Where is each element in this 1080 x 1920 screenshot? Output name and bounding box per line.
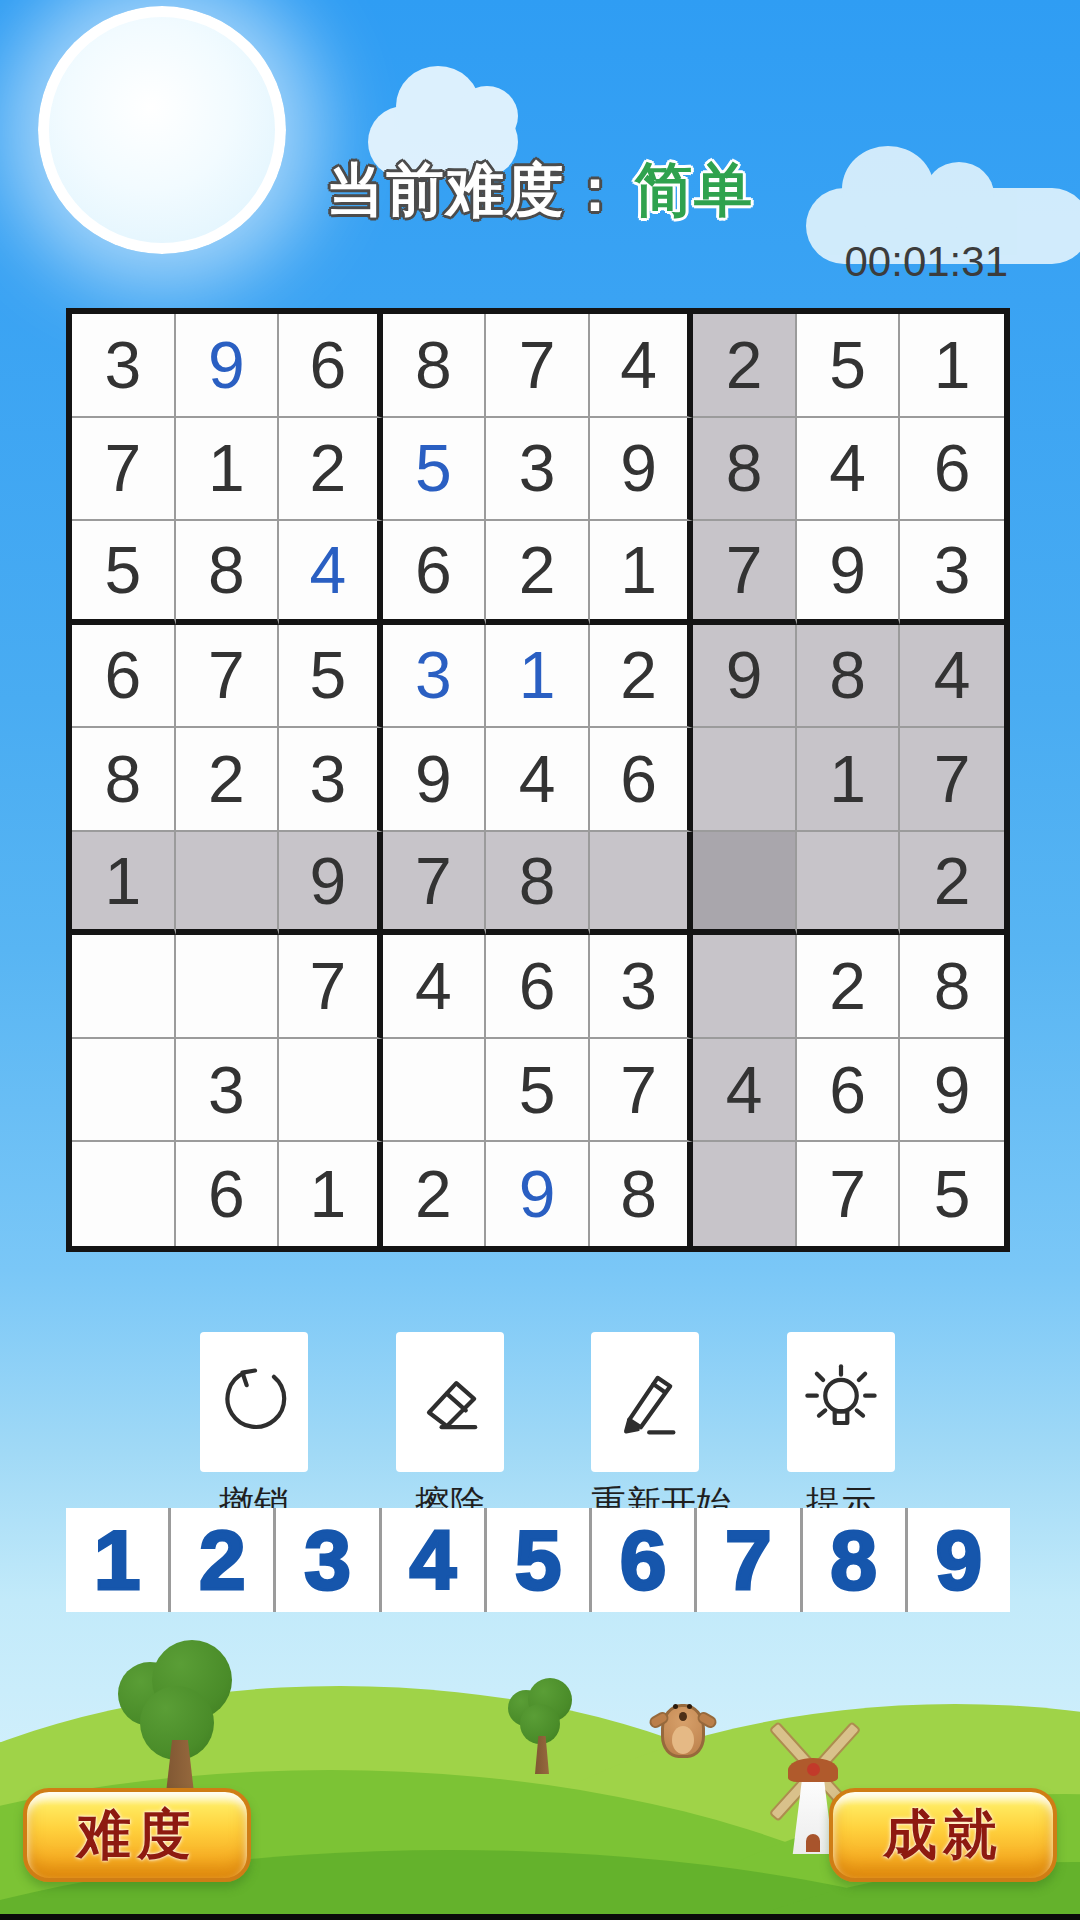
- cell-r4c7[interactable]: 9: [693, 625, 797, 729]
- restart-pencil-icon: [591, 1332, 699, 1472]
- cell-r6c3[interactable]: 9: [279, 832, 383, 936]
- cell-r3c4[interactable]: 6: [383, 521, 487, 625]
- numpad-2[interactable]: 2: [171, 1508, 273, 1612]
- cell-r7c8[interactable]: 2: [797, 935, 901, 1039]
- cell-r6c7[interactable]: [693, 832, 797, 936]
- undo-icon: [200, 1332, 308, 1472]
- cell-r7c1[interactable]: [72, 935, 176, 1039]
- game-timer: 00:01:31: [845, 238, 1009, 286]
- cell-r7c2[interactable]: [176, 935, 280, 1039]
- cell-r1c5[interactable]: 7: [486, 314, 590, 418]
- difficulty-button[interactable]: 难度: [23, 1788, 251, 1882]
- cell-r1c7[interactable]: 2: [693, 314, 797, 418]
- cell-r6c4[interactable]: 7: [383, 832, 487, 936]
- cell-r1c9[interactable]: 1: [900, 314, 1004, 418]
- cell-r2c2[interactable]: 1: [176, 418, 280, 522]
- cell-r4c3[interactable]: 5: [279, 625, 383, 729]
- cell-r5c3[interactable]: 3: [279, 728, 383, 832]
- cell-r2c6[interactable]: 9: [590, 418, 694, 522]
- cell-r5c9[interactable]: 7: [900, 728, 1004, 832]
- cell-r8c5[interactable]: 5: [486, 1039, 590, 1143]
- cell-r1c1[interactable]: 3: [72, 314, 176, 418]
- cell-r3c6[interactable]: 1: [590, 521, 694, 625]
- number-pad: 123456789: [66, 1508, 1010, 1612]
- cell-r4c9[interactable]: 4: [900, 625, 1004, 729]
- cell-r8c7[interactable]: 4: [693, 1039, 797, 1143]
- numpad-9[interactable]: 9: [908, 1508, 1010, 1612]
- cell-r9c6[interactable]: 8: [590, 1142, 694, 1246]
- cell-r8c8[interactable]: 6: [797, 1039, 901, 1143]
- cell-r8c9[interactable]: 9: [900, 1039, 1004, 1143]
- cell-r4c6[interactable]: 2: [590, 625, 694, 729]
- cell-r6c5[interactable]: 8: [486, 832, 590, 936]
- cell-r3c9[interactable]: 3: [900, 521, 1004, 625]
- cell-r6c6[interactable]: [590, 832, 694, 936]
- numpad-5[interactable]: 5: [487, 1508, 589, 1612]
- tree-big: [118, 1640, 238, 1805]
- difficulty-label: 当前难度：: [326, 157, 626, 222]
- cell-r2c5[interactable]: 3: [486, 418, 590, 522]
- cell-r7c5[interactable]: 6: [486, 935, 590, 1039]
- cell-r9c8[interactable]: 7: [797, 1142, 901, 1246]
- numpad-4[interactable]: 4: [382, 1508, 484, 1612]
- cell-r8c4[interactable]: [383, 1039, 487, 1143]
- cell-r6c1[interactable]: 1: [72, 832, 176, 936]
- cell-r3c1[interactable]: 5: [72, 521, 176, 625]
- cell-r2c9[interactable]: 6: [900, 418, 1004, 522]
- cell-r6c8[interactable]: [797, 832, 901, 936]
- cell-r8c2[interactable]: 3: [176, 1039, 280, 1143]
- cell-r6c2[interactable]: [176, 832, 280, 936]
- cell-r2c8[interactable]: 4: [797, 418, 901, 522]
- hint-bulb-icon: [787, 1332, 895, 1472]
- cell-r2c4[interactable]: 5: [383, 418, 487, 522]
- numpad-8[interactable]: 8: [803, 1508, 905, 1612]
- cell-r9c1[interactable]: [72, 1142, 176, 1246]
- cell-r8c1[interactable]: [72, 1039, 176, 1143]
- cell-r4c5[interactable]: 1: [486, 625, 590, 729]
- cell-r1c8[interactable]: 5: [797, 314, 901, 418]
- cell-r7c6[interactable]: 3: [590, 935, 694, 1039]
- cell-r5c8[interactable]: 1: [797, 728, 901, 832]
- numpad-3[interactable]: 3: [276, 1508, 378, 1612]
- cell-r9c5[interactable]: 9: [486, 1142, 590, 1246]
- difficulty-value: 简单: [634, 157, 754, 222]
- cell-r1c6[interactable]: 4: [590, 314, 694, 418]
- cell-r2c3[interactable]: 2: [279, 418, 383, 522]
- numpad-6[interactable]: 6: [592, 1508, 694, 1612]
- cell-r4c8[interactable]: 8: [797, 625, 901, 729]
- cell-r2c1[interactable]: 7: [72, 418, 176, 522]
- cell-r9c3[interactable]: 1: [279, 1142, 383, 1246]
- bottom-bar: [0, 1914, 1080, 1920]
- cell-r1c2[interactable]: 9: [176, 314, 280, 418]
- cell-r5c4[interactable]: 9: [383, 728, 487, 832]
- cell-r8c3[interactable]: [279, 1039, 383, 1143]
- cell-r3c3[interactable]: 4: [279, 521, 383, 625]
- tool-eraser-button[interactable]: 擦除: [396, 1332, 504, 1527]
- numpad-1[interactable]: 1: [66, 1508, 168, 1612]
- cell-r1c3[interactable]: 6: [279, 314, 383, 418]
- cell-r3c8[interactable]: 9: [797, 521, 901, 625]
- cell-r5c7[interactable]: [693, 728, 797, 832]
- tool-undo-button[interactable]: 撤销: [200, 1332, 308, 1527]
- cell-r7c7[interactable]: [693, 935, 797, 1039]
- cell-r4c1[interactable]: 6: [72, 625, 176, 729]
- cell-r5c6[interactable]: 6: [590, 728, 694, 832]
- achievement-button[interactable]: 成就: [829, 1788, 1057, 1882]
- groundhog: [655, 1686, 711, 1758]
- sudoku-app: 当前难度：简单 00:01:31 39687425171253984658462…: [0, 0, 1080, 1920]
- cell-r9c4[interactable]: 2: [383, 1142, 487, 1246]
- cell-r9c7[interactable]: [693, 1142, 797, 1246]
- cell-r3c5[interactable]: 2: [486, 521, 590, 625]
- cell-r5c1[interactable]: 8: [72, 728, 176, 832]
- cell-r2c7[interactable]: 8: [693, 418, 797, 522]
- cell-r5c5[interactable]: 4: [486, 728, 590, 832]
- cell-r7c4[interactable]: 4: [383, 935, 487, 1039]
- cell-r3c2[interactable]: 8: [176, 521, 280, 625]
- cell-r7c9[interactable]: 8: [900, 935, 1004, 1039]
- tool-hint-bulb-button[interactable]: 提示: [787, 1332, 895, 1527]
- cell-r4c4[interactable]: 3: [383, 625, 487, 729]
- cell-r3c7[interactable]: 7: [693, 521, 797, 625]
- page-title: 当前难度：简单: [0, 152, 1080, 230]
- cell-r1c4[interactable]: 8: [383, 314, 487, 418]
- tree-small: [508, 1678, 574, 1774]
- cell-r7c3[interactable]: 7: [279, 935, 383, 1039]
- eraser-icon: [396, 1332, 504, 1472]
- cell-r8c6[interactable]: 7: [590, 1039, 694, 1143]
- cell-r5c2[interactable]: 2: [176, 728, 280, 832]
- cell-r9c2[interactable]: 6: [176, 1142, 280, 1246]
- sudoku-board: 3968742517125398465846217936753129848239…: [66, 308, 1010, 1252]
- tool-restart-pencil-button[interactable]: 重新开始: [591, 1332, 699, 1527]
- cell-r6c9[interactable]: 2: [900, 832, 1004, 936]
- cell-r9c9[interactable]: 5: [900, 1142, 1004, 1246]
- numpad-7[interactable]: 7: [697, 1508, 799, 1612]
- cell-r4c2[interactable]: 7: [176, 625, 280, 729]
